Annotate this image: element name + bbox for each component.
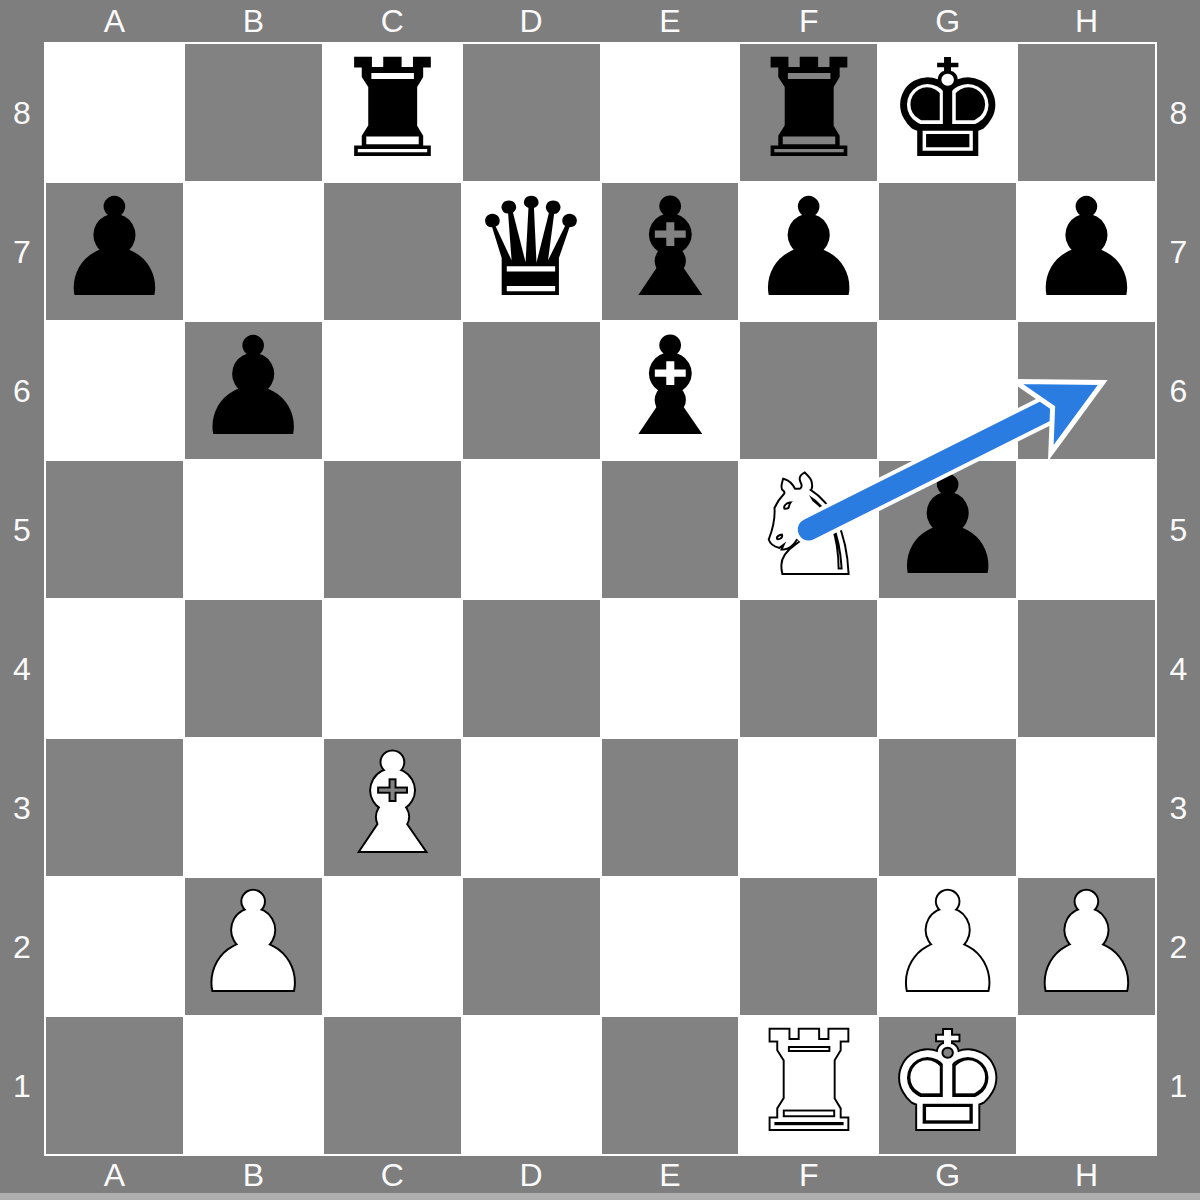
file-label-bottom-g: G bbox=[879, 1156, 1016, 1194]
square-d8[interactable] bbox=[463, 44, 600, 181]
square-e1[interactable] bbox=[602, 1017, 739, 1154]
piece-black-bishop-e6[interactable]: ♝ bbox=[609, 319, 731, 455]
square-f2[interactable] bbox=[740, 878, 877, 1015]
square-f4[interactable] bbox=[740, 600, 877, 737]
square-h1[interactable] bbox=[1018, 1017, 1155, 1154]
square-b1[interactable] bbox=[185, 1017, 322, 1154]
square-e3[interactable] bbox=[602, 739, 739, 876]
square-g8[interactable]: ♚ bbox=[879, 44, 1016, 181]
square-h3[interactable] bbox=[1018, 739, 1155, 876]
square-a6[interactable] bbox=[46, 322, 183, 459]
square-h2[interactable]: ♟ bbox=[1018, 878, 1155, 1015]
square-g6[interactable] bbox=[879, 322, 1016, 459]
square-g5[interactable]: ♟ bbox=[879, 461, 1016, 598]
piece-white-rook-f1[interactable]: ♜ bbox=[748, 1014, 870, 1150]
piece-white-bishop-c3[interactable]: ♝ bbox=[331, 736, 453, 872]
square-a3[interactable] bbox=[46, 739, 183, 876]
rank-label-left-2: 2 bbox=[0, 878, 44, 1015]
rank-label-right-1: 1 bbox=[1157, 1017, 1200, 1154]
square-e4[interactable] bbox=[602, 600, 739, 737]
square-f5[interactable]: ♞ bbox=[740, 461, 877, 598]
square-b2[interactable]: ♟ bbox=[185, 878, 322, 1015]
rank-label-right-3: 3 bbox=[1157, 739, 1200, 876]
file-label-top-c: C bbox=[324, 0, 461, 42]
square-b6[interactable]: ♟ bbox=[185, 322, 322, 459]
square-g2[interactable]: ♟ bbox=[879, 878, 1016, 1015]
square-b8[interactable] bbox=[185, 44, 322, 181]
piece-black-king-g8[interactable]: ♚ bbox=[887, 41, 1009, 177]
square-c4[interactable] bbox=[324, 600, 461, 737]
square-e8[interactable] bbox=[602, 44, 739, 181]
piece-white-knight-f5[interactable]: ♞ bbox=[748, 458, 870, 594]
rank-label-left-8: 8 bbox=[0, 44, 44, 181]
rank-label-left-4: 4 bbox=[0, 600, 44, 737]
bottom-edge-strip bbox=[0, 1193, 1200, 1200]
square-e2[interactable] bbox=[602, 878, 739, 1015]
square-c5[interactable] bbox=[324, 461, 461, 598]
rank-label-right-4: 4 bbox=[1157, 600, 1200, 737]
square-c1[interactable] bbox=[324, 1017, 461, 1154]
piece-black-bishop-e7[interactable]: ♝ bbox=[609, 180, 731, 316]
square-b4[interactable] bbox=[185, 600, 322, 737]
square-b7[interactable] bbox=[185, 183, 322, 320]
square-g3[interactable] bbox=[879, 739, 1016, 876]
square-d3[interactable] bbox=[463, 739, 600, 876]
square-a7[interactable]: ♟ bbox=[46, 183, 183, 320]
rank-label-right-5: 5 bbox=[1157, 461, 1200, 598]
square-g4[interactable] bbox=[879, 600, 1016, 737]
piece-white-king-g1[interactable]: ♚ bbox=[887, 1014, 1009, 1150]
square-a4[interactable] bbox=[46, 600, 183, 737]
piece-black-pawn-g5[interactable]: ♟ bbox=[887, 458, 1009, 594]
square-e6[interactable]: ♝ bbox=[602, 322, 739, 459]
rank-label-right-6: 6 bbox=[1157, 322, 1200, 459]
square-c6[interactable] bbox=[324, 322, 461, 459]
square-g7[interactable] bbox=[879, 183, 1016, 320]
square-h6[interactable] bbox=[1018, 322, 1155, 459]
square-d6[interactable] bbox=[463, 322, 600, 459]
square-d4[interactable] bbox=[463, 600, 600, 737]
file-label-top-g: G bbox=[879, 0, 1016, 42]
piece-black-pawn-a7[interactable]: ♟ bbox=[53, 180, 175, 316]
square-f1[interactable]: ♜ bbox=[740, 1017, 877, 1154]
square-f8[interactable]: ♜ bbox=[740, 44, 877, 181]
chess-board-frame: ♜♜♚♟♛♝♟♟♟♝♞♟♝♟♟♟♜♚ AABBCCDDEEFFGGHH88776… bbox=[0, 0, 1200, 1200]
piece-white-pawn-g2[interactable]: ♟ bbox=[887, 875, 1009, 1011]
chess-board: ♜♜♚♟♛♝♟♟♟♝♞♟♝♟♟♟♜♚ bbox=[44, 42, 1157, 1156]
rank-label-right-2: 2 bbox=[1157, 878, 1200, 1015]
square-f6[interactable] bbox=[740, 322, 877, 459]
file-label-top-f: F bbox=[740, 0, 877, 42]
square-d1[interactable] bbox=[463, 1017, 600, 1154]
square-e7[interactable]: ♝ bbox=[602, 183, 739, 320]
square-b3[interactable] bbox=[185, 739, 322, 876]
square-a8[interactable] bbox=[46, 44, 183, 181]
file-label-bottom-h: H bbox=[1018, 1156, 1155, 1194]
piece-black-rook-c8[interactable]: ♜ bbox=[331, 41, 453, 177]
file-label-bottom-f: F bbox=[740, 1156, 877, 1194]
file-label-top-a: A bbox=[46, 0, 183, 42]
square-h8[interactable] bbox=[1018, 44, 1155, 181]
square-h7[interactable]: ♟ bbox=[1018, 183, 1155, 320]
square-d7[interactable]: ♛ bbox=[463, 183, 600, 320]
rank-label-left-5: 5 bbox=[0, 461, 44, 598]
square-b5[interactable] bbox=[185, 461, 322, 598]
file-label-top-b: B bbox=[185, 0, 322, 42]
file-label-bottom-a: A bbox=[46, 1156, 183, 1194]
file-label-bottom-e: E bbox=[602, 1156, 739, 1194]
square-c7[interactable] bbox=[324, 183, 461, 320]
square-h4[interactable] bbox=[1018, 600, 1155, 737]
rank-label-left-7: 7 bbox=[0, 183, 44, 320]
piece-black-queen-d7[interactable]: ♛ bbox=[470, 180, 592, 316]
piece-white-pawn-h2[interactable]: ♟ bbox=[1026, 875, 1148, 1011]
piece-white-pawn-b2[interactable]: ♟ bbox=[192, 875, 314, 1011]
square-e5[interactable] bbox=[602, 461, 739, 598]
square-c3[interactable]: ♝ bbox=[324, 739, 461, 876]
square-a2[interactable] bbox=[46, 878, 183, 1015]
square-h5[interactable] bbox=[1018, 461, 1155, 598]
file-label-bottom-b: B bbox=[185, 1156, 322, 1194]
file-label-bottom-d: D bbox=[463, 1156, 600, 1194]
rank-label-right-8: 8 bbox=[1157, 44, 1200, 181]
square-d2[interactable] bbox=[463, 878, 600, 1015]
piece-black-pawn-b6[interactable]: ♟ bbox=[192, 319, 314, 455]
file-label-top-h: H bbox=[1018, 0, 1155, 42]
rank-label-left-6: 6 bbox=[0, 322, 44, 459]
square-a5[interactable] bbox=[46, 461, 183, 598]
square-g1[interactable]: ♚ bbox=[879, 1017, 1016, 1154]
square-f7[interactable]: ♟ bbox=[740, 183, 877, 320]
file-label-bottom-c: C bbox=[324, 1156, 461, 1194]
file-label-top-d: D bbox=[463, 0, 600, 42]
square-f3[interactable] bbox=[740, 739, 877, 876]
square-c2[interactable] bbox=[324, 878, 461, 1015]
square-a1[interactable] bbox=[46, 1017, 183, 1154]
rank-label-left-3: 3 bbox=[0, 739, 44, 876]
piece-black-pawn-h7[interactable]: ♟ bbox=[1026, 180, 1148, 316]
piece-black-pawn-f7[interactable]: ♟ bbox=[748, 180, 870, 316]
piece-black-rook-f8[interactable]: ♜ bbox=[748, 41, 870, 177]
square-c8[interactable]: ♜ bbox=[324, 44, 461, 181]
rank-label-left-1: 1 bbox=[0, 1017, 44, 1154]
file-label-top-e: E bbox=[602, 0, 739, 42]
rank-label-right-7: 7 bbox=[1157, 183, 1200, 320]
square-d5[interactable] bbox=[463, 461, 600, 598]
